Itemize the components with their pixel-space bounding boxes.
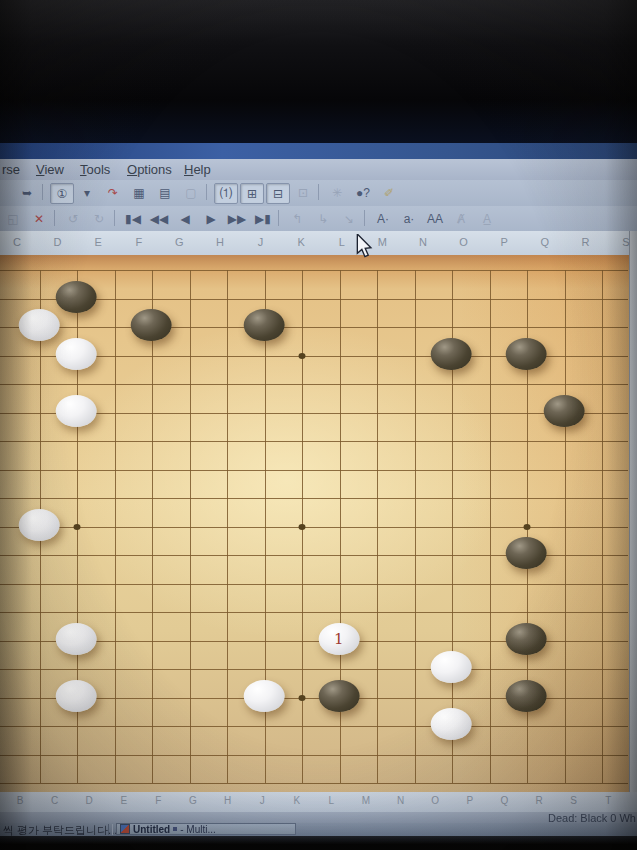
stone-white-J4[interactable] (243, 680, 284, 712)
menu-item-options[interactable]: Options (127, 162, 172, 177)
grid-line-row-10 (0, 527, 628, 528)
taskbar-divider (108, 824, 113, 835)
variation-up-icon[interactable]: ↰ (286, 209, 308, 228)
coord-bottom-P: P (466, 795, 473, 806)
guess-move-icon[interactable]: ●? (352, 183, 374, 202)
game-tree-button[interactable]: ⊞ (240, 183, 264, 204)
coord-bottom-Q: Q (501, 795, 509, 806)
nav-last-move-button[interactable]: ▶▮ (252, 209, 274, 228)
grid-line-row-15 (0, 384, 628, 385)
stone-white-C10[interactable] (18, 509, 59, 541)
stone-black-Q6[interactable] (506, 623, 547, 655)
toolbar-separator (54, 210, 55, 226)
stone-black-O16[interactable] (431, 338, 472, 370)
window-title-bar-edge (0, 143, 637, 159)
coord-top-J: J (258, 236, 264, 248)
toolbar-separator (114, 210, 115, 226)
grid-line-row-1 (0, 783, 628, 784)
move-number-label: 1 (318, 623, 359, 655)
analyze-icon[interactable]: ✳ (326, 183, 348, 202)
grid-line-row-12 (0, 470, 628, 471)
variation-down-icon[interactable]: ↳ (312, 209, 334, 228)
board-coordinates-bottom: BCDEFGHJKLMNOPQRST (0, 792, 637, 812)
coord-bottom-O: O (431, 795, 439, 806)
coord-top-R: R (581, 236, 589, 248)
open-file-icon[interactable]: ➥ (16, 183, 38, 202)
nav-back-10-button[interactable]: ◀◀ (148, 209, 170, 228)
stone-black-F17[interactable] (131, 309, 172, 341)
menu-bar: rseViewToolsOptionsHelp (0, 159, 637, 180)
star-point-K4 (299, 695, 306, 701)
coord-bottom-K: K (293, 795, 300, 806)
coord-top-H: H (216, 236, 224, 248)
menu-item-help[interactable]: Help (184, 162, 211, 177)
status-bar: Dead: Black 0 Wh (0, 812, 637, 823)
toolbar-navigation: ◱✕↺↻▮◀◀◀◀▶▶▶▶▮↰↳↘A·a·AAȺA̲ (0, 206, 637, 233)
coord-bottom-H: H (224, 795, 231, 806)
stone-black-D18[interactable] (56, 281, 97, 313)
rotate-left-icon[interactable]: ↺ (62, 209, 84, 228)
stone-white-D6[interactable] (56, 623, 97, 655)
coord-top-D: D (54, 236, 62, 248)
stone-white-D4[interactable] (56, 680, 97, 712)
taskbar: 씩 평가 부탁드립니다... Untitled - Multi... (0, 823, 637, 836)
coord-bottom-E: E (120, 795, 127, 806)
stone-white-C17[interactable] (18, 309, 59, 341)
coord-top-L: L (339, 236, 345, 248)
toolbar-separator (206, 184, 207, 200)
coord-bottom-L: L (329, 795, 335, 806)
find-text-icon[interactable]: AA (424, 209, 446, 228)
show-move-numbers-button[interactable]: ⑴ (214, 183, 238, 204)
star-point-Q10 (524, 524, 531, 530)
monitor-bezel-top (0, 0, 637, 143)
grid-line-row-17 (0, 327, 628, 328)
board-view-icon[interactable]: ▦ (128, 183, 150, 202)
vertical-scrollbar[interactable] (629, 231, 637, 792)
monitor-bezel-bottom (0, 836, 637, 850)
coord-bottom-J: J (260, 795, 265, 806)
coord-top-N: N (419, 236, 427, 248)
coord-bottom-S: S (570, 795, 577, 806)
go-board[interactable]: 1 (0, 255, 637, 792)
wide-board-view-icon[interactable]: ▤ (154, 183, 176, 202)
resize-board-icon[interactable]: ◱ (2, 209, 24, 228)
menu-item-tools[interactable]: Tools (80, 162, 110, 177)
coord-bottom-M: M (362, 795, 370, 806)
taskbar-window-button[interactable]: Untitled - Multi... (116, 823, 296, 835)
coord-bottom-B: B (17, 795, 24, 806)
coord-top-M: M (378, 236, 387, 248)
coord-top-P: P (501, 236, 508, 248)
star-point-K10 (299, 524, 306, 530)
stone-black-L4[interactable] (318, 680, 359, 712)
stone-black-J17[interactable] (243, 309, 284, 341)
nav-forward-button[interactable]: ▶ (200, 209, 222, 228)
coord-bottom-G: G (189, 795, 197, 806)
label-a2-icon[interactable]: a· (398, 209, 420, 228)
taskbar-bullet-icon (173, 827, 177, 831)
nav-back-button[interactable]: ◀ (174, 209, 196, 228)
star-point-D10 (74, 524, 81, 530)
toolbar-main: ➥①▾↷▦▤▢⑴⊞⊟⊡✳●?✐ (0, 180, 637, 206)
coord-top-C: C (13, 236, 21, 248)
toolbar-separator (318, 184, 319, 200)
nav-forward-10-button[interactable]: ▶▶ (226, 209, 248, 228)
jump-to-move-icon[interactable]: ↷ (102, 183, 124, 202)
stone-white-O5[interactable] (431, 651, 472, 683)
grid-line-row-7 (0, 612, 628, 613)
letter-right-icon[interactable]: A̲ (476, 209, 498, 228)
grid-line-row-19 (0, 270, 628, 271)
nav-first-move-button[interactable]: ▮◀ (122, 209, 144, 228)
stone-white-D16[interactable] (56, 338, 97, 370)
coord-bottom-R: R (535, 795, 542, 806)
autoplay-dropdown-icon[interactable]: ▾ (76, 183, 98, 202)
grid-line-row-5 (0, 669, 628, 670)
grid-line-row-13 (0, 441, 628, 442)
diagonal-icon[interactable]: ↘ (338, 209, 360, 228)
coord-bottom-C: C (51, 795, 58, 806)
go-app-icon (120, 824, 130, 834)
stone-white-D14[interactable] (56, 395, 97, 427)
coord-top-K: K (298, 236, 305, 248)
menu-item-rse[interactable]: rse (2, 162, 20, 177)
coord-bottom-N: N (397, 795, 404, 806)
toolbar-separator (278, 210, 279, 226)
coord-bottom-T: T (605, 795, 611, 806)
menu-item-view[interactable]: View (36, 162, 64, 177)
plain-board-view-icon[interactable]: ▢ (180, 183, 202, 202)
coord-top-O: O (459, 236, 468, 248)
autoplay-button[interactable]: ① (50, 183, 74, 204)
stone-black-R14[interactable] (543, 395, 584, 427)
stone-black-Q4[interactable] (506, 680, 547, 712)
toolbar-separator (42, 184, 43, 200)
coord-top-Q: Q (541, 236, 550, 248)
letter-left-icon[interactable]: Ⱥ (450, 209, 472, 228)
board-coordinates-top: CDEFGHJKLMNOPQRS (0, 231, 637, 255)
grid-line-row-8 (0, 584, 628, 585)
stone-white-L6[interactable]: 1 (318, 623, 359, 655)
coord-bottom-F: F (155, 795, 161, 806)
stone-black-Q9[interactable] (506, 537, 547, 569)
toolbar-separator (364, 210, 365, 226)
delete-icon[interactable]: ✕ (28, 209, 50, 228)
stone-black-Q16[interactable] (506, 338, 547, 370)
taskbar-window-label: Untitled (133, 824, 170, 835)
monitor-photo: rseViewToolsOptionsHelp ➥①▾↷▦▤▢⑴⊞⊟⊡✳●?✐ … (0, 0, 637, 850)
coord-bottom-D: D (86, 795, 93, 806)
mouse-cursor-icon (355, 234, 373, 258)
edit-pencil-icon[interactable]: ✐ (378, 183, 400, 202)
rotate-right-icon[interactable]: ↻ (88, 209, 110, 228)
variation-list-button[interactable]: ⊟ (266, 183, 290, 204)
coord-top-E: E (95, 236, 102, 248)
grid-line-row-2 (0, 755, 628, 756)
stone-white-O3[interactable] (431, 708, 472, 740)
coord-top-G: G (175, 236, 184, 248)
grid-line-row-11 (0, 498, 628, 499)
star-point-K16 (299, 353, 306, 359)
grid-line-row-3 (0, 726, 628, 727)
coord-top-F: F (135, 236, 142, 248)
tree-option-icon[interactable]: ⊡ (292, 183, 314, 202)
screen: rseViewToolsOptionsHelp ➥①▾↷▦▤▢⑴⊞⊟⊡✳●?✐ … (0, 0, 637, 850)
label-a-icon[interactable]: A· (372, 209, 394, 228)
taskbar-window-suffix: - Multi... (180, 824, 216, 835)
